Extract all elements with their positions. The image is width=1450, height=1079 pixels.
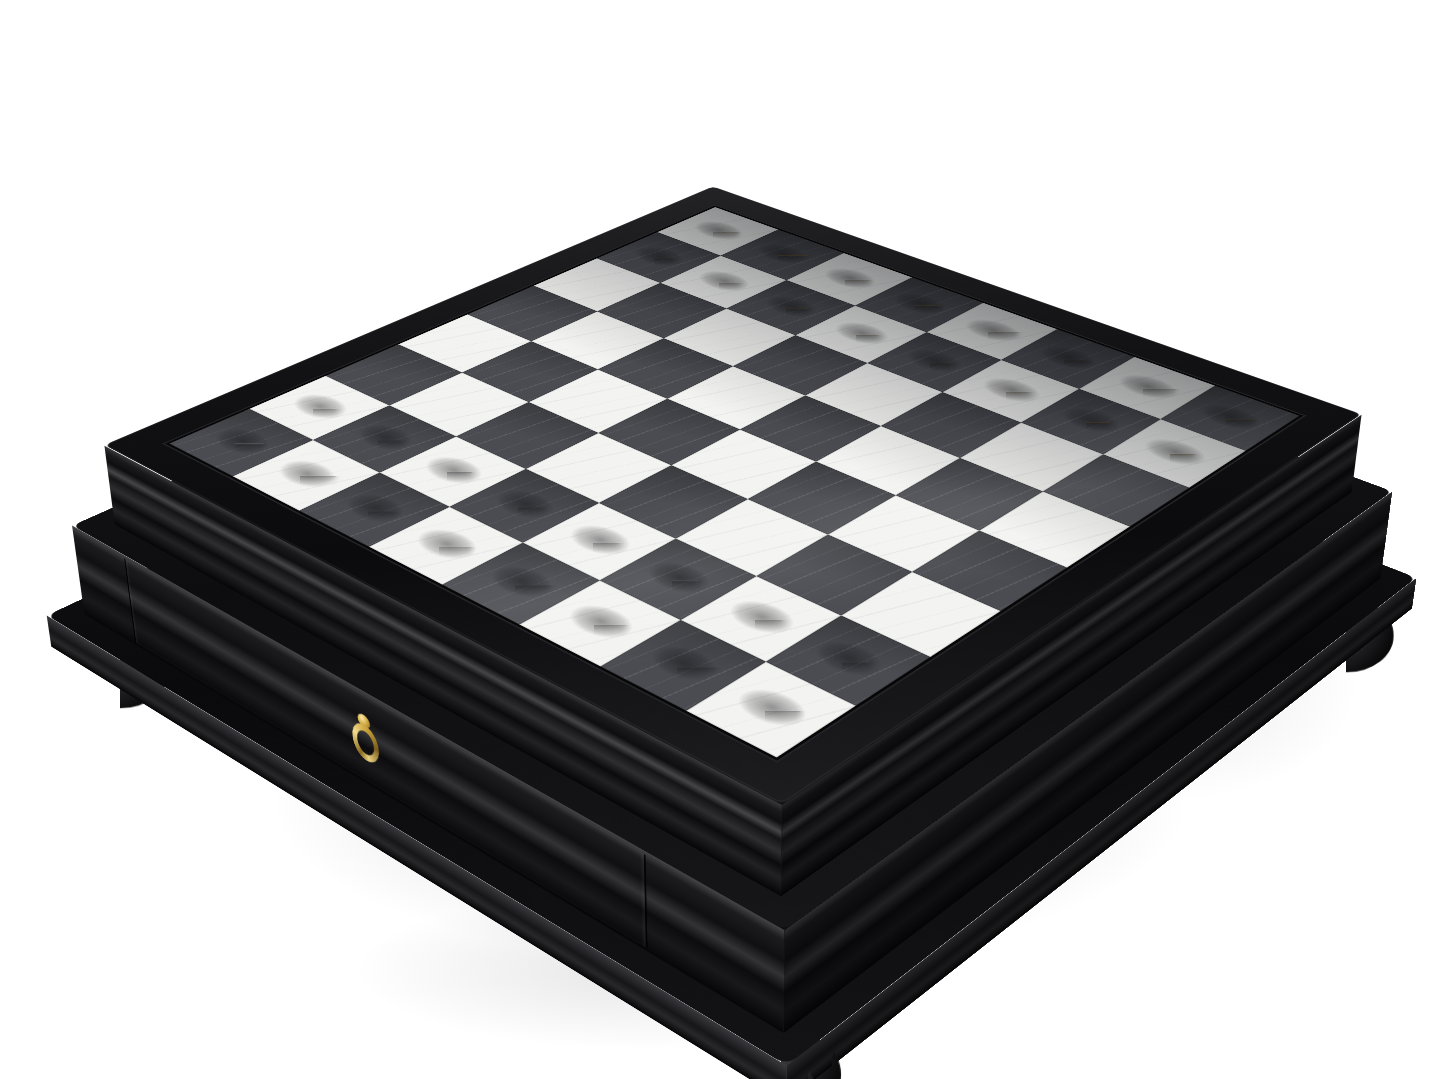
pawn-glyph-icon: ♟ xyxy=(623,187,686,270)
pawn-glyph-icon: ♟ xyxy=(753,234,818,321)
product-photo-scene: ♜♞♝♛♚♝♞♜♟♟♟♟♟♟♟♟♟♟♟♟♟♟♟♟♜♞♝♛♚♝♞♜ xyxy=(0,0,1450,1079)
pawn-glyph-icon: ♟ xyxy=(823,260,890,349)
pawn-glyph-icon: ♟ xyxy=(1134,372,1207,469)
pawn-glyph-icon: ♟ xyxy=(971,313,1041,406)
pawn-glyph-icon: ♟ xyxy=(896,286,964,377)
rook-glyph-icon: ♜ xyxy=(709,586,820,733)
pawn-glyph-icon: ♟ xyxy=(1051,342,1122,437)
drawer-pull-ring-icon xyxy=(351,716,381,768)
drawer-pull-ring[interactable] xyxy=(349,708,382,772)
pawn-glyph-icon: ♟ xyxy=(687,210,751,295)
